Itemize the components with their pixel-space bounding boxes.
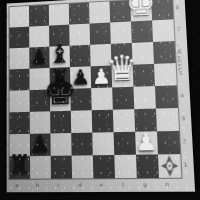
piece-black-king-c4: ♚ [43,72,77,111]
piece-black-rook-a1: ♜ [8,151,31,178]
chess-board: abcdefgh 87654321 87654321 ♘ CHESS ♚♛♟♟♟… [7,0,195,192]
piece-white-pawn-g2: ♟ [135,129,158,154]
pieces-layer: ♚♛♟♟♟♝♜♟♚♟♜ [7,0,195,192]
piece-white-king-g8: ♚ [125,0,156,21]
piece-white-pawn-e5: ♟ [92,65,112,87]
piece-black-pawn-b2: ♟ [30,131,51,155]
chessboard-photo: abcdefgh 87654321 87654321 ♘ CHESS ♚♛♟♟♟… [0,0,200,200]
piece-black-pawn-b6: ♟ [30,47,48,68]
